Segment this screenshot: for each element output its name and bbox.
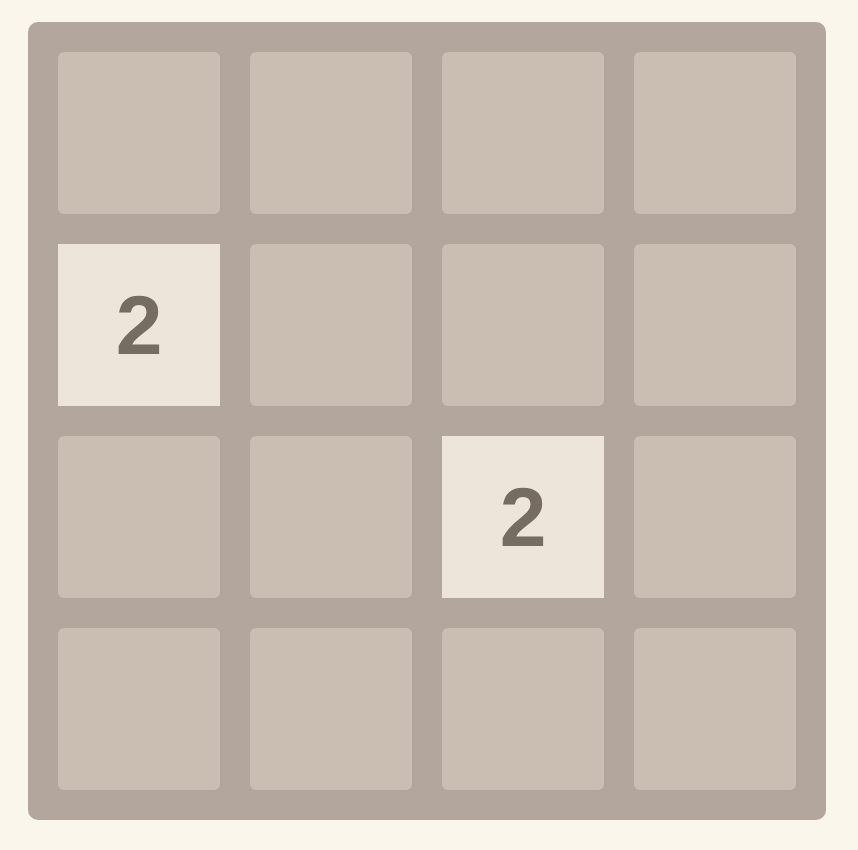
grid-cell-r2c2: 2 (442, 436, 604, 598)
grid-cell-r0c0 (58, 52, 220, 214)
grid-cell-r1c2 (442, 244, 604, 406)
grid-cell-r1c1 (250, 244, 412, 406)
grid-cell-r0c2 (442, 52, 604, 214)
grid-cell-r0c1 (250, 52, 412, 214)
grid-cell-r0c3 (634, 52, 796, 214)
board-2048[interactable]: 22 (28, 22, 826, 820)
grid-cell-r3c1 (250, 628, 412, 790)
grid-cell-r3c3 (634, 628, 796, 790)
tile-2: 2 (442, 436, 604, 598)
tile-2: 2 (58, 244, 220, 406)
grid-cell-r1c0: 2 (58, 244, 220, 406)
grid-cell-r2c3 (634, 436, 796, 598)
grid-cell-r3c2 (442, 628, 604, 790)
grid-cell-r2c0 (58, 436, 220, 598)
grid-cell-r3c0 (58, 628, 220, 790)
grid-cell-r1c3 (634, 244, 796, 406)
grid-cell-r2c1 (250, 436, 412, 598)
